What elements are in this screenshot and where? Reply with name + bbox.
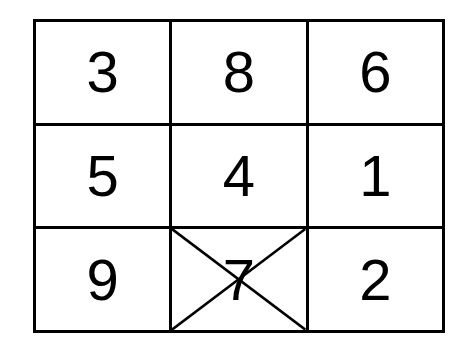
cell-number: 5 (87, 147, 119, 205)
cell-number: 9 (87, 251, 119, 309)
puzzle-grid: 3 8 6 5 4 1 9 7 2 (33, 19, 445, 333)
grid-cell-r1c0: 5 (36, 126, 169, 227)
cell-number: 7 (223, 251, 255, 309)
cell-number: 3 (87, 43, 119, 101)
grid-cell-r0c1: 8 (172, 22, 305, 123)
grid-cell-r0c2: 6 (309, 22, 442, 123)
cell-number: 4 (223, 147, 255, 205)
cell-number: 6 (359, 43, 391, 101)
cell-number: 1 (359, 147, 391, 205)
grid-cell-r2c0: 9 (36, 229, 169, 330)
cell-number: 8 (223, 43, 255, 101)
grid-cell-r0c0: 3 (36, 22, 169, 123)
grid-cell-r2c1-crossed: 7 (172, 229, 305, 330)
grid-cell-r2c2: 2 (309, 229, 442, 330)
cell-number: 2 (359, 251, 391, 309)
grid-cell-r1c2: 1 (309, 126, 442, 227)
grid-cell-r1c1: 4 (172, 126, 305, 227)
